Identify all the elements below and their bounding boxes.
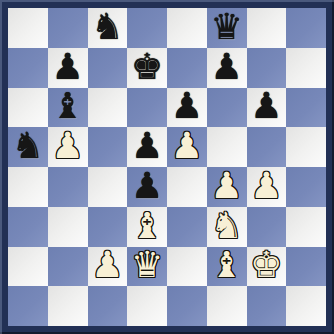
black-knight[interactable]: ♞ (12, 128, 44, 164)
square-c7[interactable] (88, 48, 128, 88)
square-f7[interactable]: ♟ (207, 48, 247, 88)
square-g3[interactable] (247, 207, 287, 247)
square-e4[interactable] (167, 167, 207, 207)
square-f2[interactable]: ♝ (207, 247, 247, 287)
square-d5[interactable]: ♟ (127, 127, 167, 167)
white-pawn[interactable]: ♟ (210, 168, 242, 204)
square-e3[interactable] (167, 207, 207, 247)
square-h3[interactable] (286, 207, 326, 247)
black-queen[interactable]: ♛ (210, 9, 242, 45)
square-c4[interactable] (88, 167, 128, 207)
square-e2[interactable] (167, 247, 207, 287)
white-pawn[interactable]: ♟ (51, 128, 83, 164)
square-d3[interactable]: ♝ (127, 207, 167, 247)
white-queen[interactable]: ♛ (131, 247, 163, 283)
square-h1[interactable] (286, 286, 326, 326)
square-f4[interactable]: ♟ (207, 167, 247, 207)
square-e1[interactable] (167, 286, 207, 326)
square-f8[interactable]: ♛ (207, 8, 247, 48)
square-g5[interactable] (247, 127, 287, 167)
square-a4[interactable] (8, 167, 48, 207)
square-b7[interactable]: ♟ (48, 48, 88, 88)
square-g4[interactable]: ♟ (247, 167, 287, 207)
square-a8[interactable] (8, 8, 48, 48)
square-g1[interactable] (247, 286, 287, 326)
square-g6[interactable]: ♟ (247, 88, 287, 128)
square-h6[interactable] (286, 88, 326, 128)
black-knight[interactable]: ♞ (91, 9, 123, 45)
square-c3[interactable] (88, 207, 128, 247)
white-knight[interactable]: ♞ (210, 208, 242, 244)
square-b5[interactable]: ♟ (48, 127, 88, 167)
square-c6[interactable] (88, 88, 128, 128)
square-c8[interactable]: ♞ (88, 8, 128, 48)
black-king[interactable]: ♚ (131, 49, 163, 85)
black-pawn[interactable]: ♟ (131, 128, 163, 164)
square-d1[interactable] (127, 286, 167, 326)
square-c1[interactable] (88, 286, 128, 326)
square-h7[interactable] (286, 48, 326, 88)
white-bishop[interactable]: ♝ (131, 208, 163, 244)
square-b2[interactable] (48, 247, 88, 287)
white-bishop[interactable]: ♝ (210, 247, 242, 283)
square-e8[interactable] (167, 8, 207, 48)
square-d7[interactable]: ♚ (127, 48, 167, 88)
black-pawn[interactable]: ♟ (171, 88, 203, 124)
square-g7[interactable] (247, 48, 287, 88)
square-f3[interactable]: ♞ (207, 207, 247, 247)
square-d8[interactable] (127, 8, 167, 48)
square-e5[interactable]: ♟ (167, 127, 207, 167)
square-a5[interactable]: ♞ (8, 127, 48, 167)
black-pawn[interactable]: ♟ (250, 88, 282, 124)
square-f5[interactable] (207, 127, 247, 167)
chess-board: ♞♛♟♚♟♝♟♟♞♟♟♟♟♟♟♝♞♟♛♝♚ (8, 8, 326, 326)
square-f1[interactable] (207, 286, 247, 326)
black-bishop[interactable]: ♝ (51, 88, 83, 124)
black-pawn[interactable]: ♟ (131, 168, 163, 204)
square-h2[interactable] (286, 247, 326, 287)
square-b3[interactable] (48, 207, 88, 247)
square-d6[interactable] (127, 88, 167, 128)
white-king[interactable]: ♚ (250, 247, 282, 283)
square-c5[interactable] (88, 127, 128, 167)
square-h8[interactable] (286, 8, 326, 48)
square-a2[interactable] (8, 247, 48, 287)
square-b4[interactable] (48, 167, 88, 207)
square-h4[interactable] (286, 167, 326, 207)
square-e7[interactable] (167, 48, 207, 88)
white-pawn[interactable]: ♟ (250, 168, 282, 204)
square-c2[interactable]: ♟ (88, 247, 128, 287)
square-d2[interactable]: ♛ (127, 247, 167, 287)
square-b8[interactable] (48, 8, 88, 48)
square-a7[interactable] (8, 48, 48, 88)
square-f6[interactable] (207, 88, 247, 128)
white-pawn[interactable]: ♟ (171, 128, 203, 164)
square-a1[interactable] (8, 286, 48, 326)
board-frame: ♞♛♟♚♟♝♟♟♞♟♟♟♟♟♟♝♞♟♛♝♚ (0, 0, 334, 334)
square-a6[interactable] (8, 88, 48, 128)
square-h5[interactable] (286, 127, 326, 167)
square-a3[interactable] (8, 207, 48, 247)
black-pawn[interactable]: ♟ (51, 49, 83, 85)
square-b6[interactable]: ♝ (48, 88, 88, 128)
black-pawn[interactable]: ♟ (210, 49, 242, 85)
square-d4[interactable]: ♟ (127, 167, 167, 207)
square-b1[interactable] (48, 286, 88, 326)
square-e6[interactable]: ♟ (167, 88, 207, 128)
white-pawn[interactable]: ♟ (91, 247, 123, 283)
square-g8[interactable] (247, 8, 287, 48)
square-g2[interactable]: ♚ (247, 247, 287, 287)
